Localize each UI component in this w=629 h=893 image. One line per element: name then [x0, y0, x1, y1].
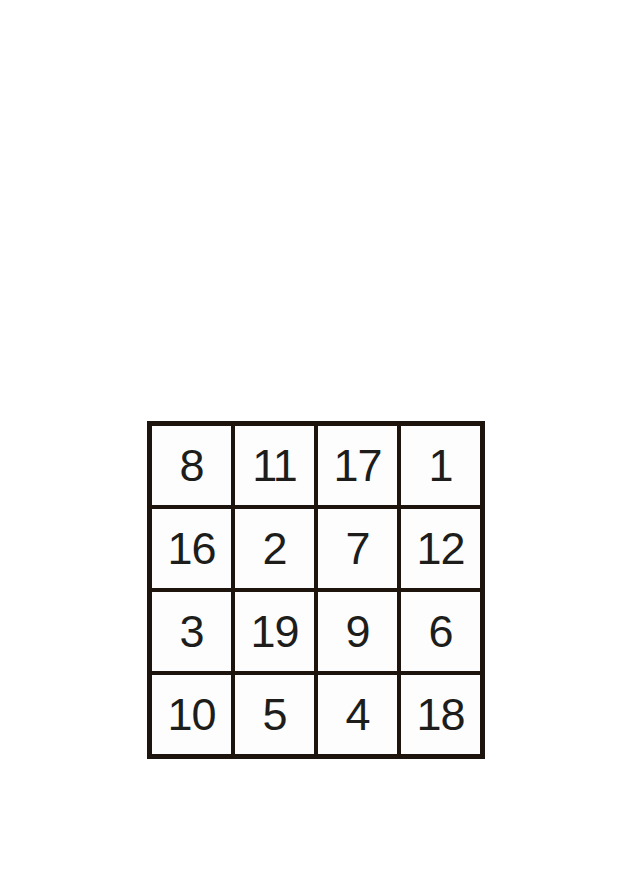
cell-r3-c2[interactable]: 19 — [235, 592, 314, 671]
cell-r1-c2[interactable]: 11 — [235, 426, 314, 505]
cell-r4-c3[interactable]: 4 — [318, 675, 397, 754]
cell-r2-c2[interactable]: 2 — [235, 509, 314, 588]
cell-r2-c1[interactable]: 16 — [152, 509, 231, 588]
cell-r3-c4[interactable]: 6 — [401, 592, 480, 671]
cell-r2-c4[interactable]: 12 — [401, 509, 480, 588]
cell-r4-c1[interactable]: 10 — [152, 675, 231, 754]
cell-r2-c3[interactable]: 7 — [318, 509, 397, 588]
page: 8 11 17 1 16 2 7 12 3 19 9 6 10 5 4 18 — [0, 0, 629, 893]
cell-r4-c4[interactable]: 18 — [401, 675, 480, 754]
number-grid-board: 8 11 17 1 16 2 7 12 3 19 9 6 10 5 4 18 — [147, 421, 485, 759]
cell-r4-c2[interactable]: 5 — [235, 675, 314, 754]
cell-r1-c4[interactable]: 1 — [401, 426, 480, 505]
cell-r3-c1[interactable]: 3 — [152, 592, 231, 671]
cell-r1-c3[interactable]: 17 — [318, 426, 397, 505]
cell-r3-c3[interactable]: 9 — [318, 592, 397, 671]
cell-r1-c1[interactable]: 8 — [152, 426, 231, 505]
